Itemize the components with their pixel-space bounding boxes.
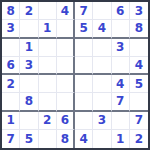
cell-r6c2-given-8[interactable]: 8	[20, 93, 38, 111]
cell-r7c4-given-6[interactable]: 6	[57, 112, 75, 130]
cell-r5c4-empty[interactable]	[57, 75, 75, 93]
cell-r2c2-empty[interactable]	[20, 20, 38, 38]
cell-r4c3-empty[interactable]	[39, 57, 57, 75]
cell-r8c3-empty[interactable]	[39, 130, 57, 148]
cell-r5c3-empty[interactable]	[39, 75, 57, 93]
cell-r1c5-given-7[interactable]: 7	[75, 2, 93, 20]
cell-r5c2-empty[interactable]	[20, 75, 38, 93]
cell-r3c5-empty[interactable]	[75, 39, 93, 57]
cell-r6c8-empty[interactable]	[130, 93, 148, 111]
cell-r7c6-given-3[interactable]: 3	[93, 112, 111, 130]
cell-r8c6-empty[interactable]	[93, 130, 111, 148]
cell-r6c6-empty[interactable]	[93, 93, 111, 111]
cell-r8c5-given-4[interactable]: 4	[75, 130, 93, 148]
cell-r1c7-given-6[interactable]: 6	[112, 2, 130, 20]
cell-r3c2-given-1[interactable]: 1	[20, 39, 38, 57]
cell-r4c4-empty[interactable]	[57, 57, 75, 75]
cell-r4c2-given-3[interactable]: 3	[20, 57, 38, 75]
cell-r1c4-given-4[interactable]: 4	[57, 2, 75, 20]
cell-r2c5-given-5[interactable]: 5	[75, 20, 93, 38]
cell-r8c2-given-5[interactable]: 5	[20, 130, 38, 148]
cell-r5c6-empty[interactable]	[93, 75, 111, 93]
cell-r2c4-empty[interactable]	[57, 20, 75, 38]
cell-r2c3-given-1[interactable]: 1	[39, 20, 57, 38]
cell-r4c6-empty[interactable]	[93, 57, 111, 75]
cell-r7c1-given-1[interactable]: 1	[2, 112, 20, 130]
cell-r3c4-empty[interactable]	[57, 39, 75, 57]
cell-r8c1-given-7[interactable]: 7	[2, 130, 20, 148]
cell-r2c1-given-3[interactable]: 3	[2, 20, 20, 38]
cell-r7c8-given-7[interactable]: 7	[130, 112, 148, 130]
cell-r4c7-empty[interactable]	[112, 57, 130, 75]
cell-r3c1-empty[interactable]	[2, 39, 20, 57]
cell-r7c3-given-2[interactable]: 2	[39, 112, 57, 130]
cell-r8c4-given-8[interactable]: 8	[57, 130, 75, 148]
cell-r1c1-given-8[interactable]: 8	[2, 2, 20, 20]
cell-r6c5-empty[interactable]	[75, 93, 93, 111]
cell-r6c4-empty[interactable]	[57, 93, 75, 111]
cell-r5c1-given-2[interactable]: 2	[2, 75, 20, 93]
cell-r8c7-given-1[interactable]: 1	[112, 130, 130, 148]
cell-r3c3-empty[interactable]	[39, 39, 57, 57]
cell-r1c6-empty[interactable]	[93, 2, 111, 20]
cell-r2c8-given-8[interactable]: 8	[130, 20, 148, 38]
cell-r2c7-empty[interactable]	[112, 20, 130, 38]
cell-r6c3-empty[interactable]	[39, 93, 57, 111]
cell-r6c1-empty[interactable]	[2, 93, 20, 111]
cell-r6c7-given-7[interactable]: 7	[112, 93, 130, 111]
cell-r3c6-empty[interactable]	[93, 39, 111, 57]
cell-r8c8-given-2[interactable]: 2	[130, 130, 148, 148]
cell-r5c8-given-5[interactable]: 5	[130, 75, 148, 93]
cell-r5c5-empty[interactable]	[75, 75, 93, 93]
sudoku-board: 82476331548136342458712637758412	[0, 0, 150, 150]
cell-r1c3-empty[interactable]	[39, 2, 57, 20]
cell-r7c7-empty[interactable]	[112, 112, 130, 130]
cell-r4c1-given-6[interactable]: 6	[2, 57, 20, 75]
cell-r4c8-given-4[interactable]: 4	[130, 57, 148, 75]
cell-r2c6-given-4[interactable]: 4	[93, 20, 111, 38]
cell-r7c2-empty[interactable]	[20, 112, 38, 130]
cell-r7c5-empty[interactable]	[75, 112, 93, 130]
cell-r3c7-given-3[interactable]: 3	[112, 39, 130, 57]
cell-r4c5-empty[interactable]	[75, 57, 93, 75]
cell-r3c8-empty[interactable]	[130, 39, 148, 57]
cell-r5c7-given-4[interactable]: 4	[112, 75, 130, 93]
cell-r1c2-given-2[interactable]: 2	[20, 2, 38, 20]
cell-r1c8-given-3[interactable]: 3	[130, 2, 148, 20]
